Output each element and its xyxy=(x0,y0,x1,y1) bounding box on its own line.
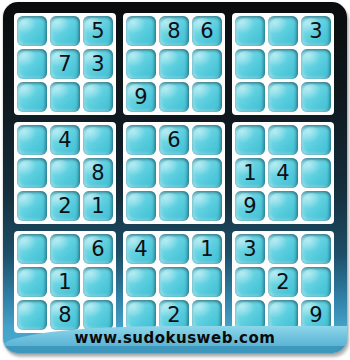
cell-r2c1[interactable] xyxy=(17,49,47,79)
block-8: 412 xyxy=(123,231,225,333)
cell-r7c7[interactable]: 3 xyxy=(235,234,265,264)
block-3: 3 xyxy=(232,13,334,115)
cell-r3c5[interactable] xyxy=(159,82,189,112)
cell-r7c1[interactable] xyxy=(17,234,47,264)
cell-r1c9[interactable]: 3 xyxy=(301,16,331,46)
cell-r8c7[interactable] xyxy=(235,267,265,297)
cell-r6c8[interactable] xyxy=(268,191,298,221)
cell-r3c7[interactable] xyxy=(235,82,265,112)
cell-r7c5[interactable] xyxy=(159,234,189,264)
cell-r6c6[interactable] xyxy=(192,191,222,221)
given-digit: 1 xyxy=(200,239,213,260)
cell-r2c2[interactable]: 7 xyxy=(50,49,80,79)
sudoku-widget: 573869348216149618412329 www.sudokusweb.… xyxy=(0,0,350,360)
cell-r4c5[interactable]: 6 xyxy=(159,125,189,155)
given-digit: 9 xyxy=(243,196,256,217)
given-digit: 2 xyxy=(276,272,289,293)
cell-r2c7[interactable] xyxy=(235,49,265,79)
block-9: 329 xyxy=(232,231,334,333)
given-digit: 3 xyxy=(309,21,322,42)
given-digit: 8 xyxy=(58,305,71,326)
cell-r6c4[interactable] xyxy=(126,191,156,221)
cell-r1c1[interactable] xyxy=(17,16,47,46)
given-digit: 8 xyxy=(167,21,180,42)
given-digit: 2 xyxy=(167,305,180,326)
cell-r8c6[interactable] xyxy=(192,267,222,297)
block-1: 573 xyxy=(14,13,116,115)
cell-r4c1[interactable] xyxy=(17,125,47,155)
cell-r3c8[interactable] xyxy=(268,82,298,112)
cell-r1c6[interactable]: 6 xyxy=(192,16,222,46)
given-digit: 2 xyxy=(58,196,71,217)
cell-r4c6[interactable] xyxy=(192,125,222,155)
given-digit: 1 xyxy=(58,272,71,293)
cell-r3c4[interactable]: 9 xyxy=(126,82,156,112)
given-digit: 9 xyxy=(309,305,322,326)
cell-r3c2[interactable] xyxy=(50,82,80,112)
cell-r7c6[interactable]: 1 xyxy=(192,234,222,264)
cell-r6c1[interactable] xyxy=(17,191,47,221)
cell-r5c8[interactable]: 4 xyxy=(268,158,298,188)
cell-r6c3[interactable]: 1 xyxy=(83,191,113,221)
cell-r2c3[interactable]: 3 xyxy=(83,49,113,79)
cell-r5c6[interactable] xyxy=(192,158,222,188)
sudoku-board: 573869348216149618412329 xyxy=(14,13,334,333)
block-6: 149 xyxy=(232,122,334,224)
given-digit: 1 xyxy=(243,163,256,184)
cell-r4c7[interactable] xyxy=(235,125,265,155)
cell-r5c4[interactable] xyxy=(126,158,156,188)
cell-r7c2[interactable] xyxy=(50,234,80,264)
cell-r4c2[interactable]: 4 xyxy=(50,125,80,155)
cell-r8c1[interactable] xyxy=(17,267,47,297)
given-digit: 3 xyxy=(243,239,256,260)
cell-r1c7[interactable] xyxy=(235,16,265,46)
cell-r8c8[interactable]: 2 xyxy=(268,267,298,297)
given-digit: 4 xyxy=(58,130,71,151)
cell-r4c8[interactable] xyxy=(268,125,298,155)
cell-r2c5[interactable] xyxy=(159,49,189,79)
cell-r3c9[interactable] xyxy=(301,82,331,112)
cell-r7c4[interactable]: 4 xyxy=(126,234,156,264)
cell-r1c4[interactable] xyxy=(126,16,156,46)
given-digit: 6 xyxy=(91,239,104,260)
given-digit: 6 xyxy=(200,21,213,42)
cell-r8c5[interactable] xyxy=(159,267,189,297)
cell-r6c5[interactable] xyxy=(159,191,189,221)
cell-r5c7[interactable]: 1 xyxy=(235,158,265,188)
cell-r8c9[interactable] xyxy=(301,267,331,297)
cell-r3c1[interactable] xyxy=(17,82,47,112)
cell-r2c9[interactable] xyxy=(301,49,331,79)
cell-r2c8[interactable] xyxy=(268,49,298,79)
footer-strip xyxy=(3,346,347,353)
given-digit: 9 xyxy=(134,87,147,108)
given-digit: 7 xyxy=(58,54,71,75)
block-7: 618 xyxy=(14,231,116,333)
cell-r5c1[interactable] xyxy=(17,158,47,188)
cell-r6c2[interactable]: 2 xyxy=(50,191,80,221)
given-digit: 4 xyxy=(276,163,289,184)
cell-r7c9[interactable] xyxy=(301,234,331,264)
cell-r1c8[interactable] xyxy=(268,16,298,46)
cell-r8c2[interactable]: 1 xyxy=(50,267,80,297)
cell-r4c9[interactable] xyxy=(301,125,331,155)
cell-r6c7[interactable]: 9 xyxy=(235,191,265,221)
given-digit: 5 xyxy=(91,21,104,42)
cell-r2c4[interactable] xyxy=(126,49,156,79)
cell-r7c3[interactable]: 6 xyxy=(83,234,113,264)
cell-r7c8[interactable] xyxy=(268,234,298,264)
cell-r1c3[interactable]: 5 xyxy=(83,16,113,46)
block-2: 869 xyxy=(123,13,225,115)
block-4: 4821 xyxy=(14,122,116,224)
cell-r1c5[interactable]: 8 xyxy=(159,16,189,46)
cell-r1c2[interactable] xyxy=(50,16,80,46)
cell-r8c4[interactable] xyxy=(126,267,156,297)
given-digit: 1 xyxy=(91,196,104,217)
cell-r4c4[interactable] xyxy=(126,125,156,155)
cell-r4c3[interactable] xyxy=(83,125,113,155)
given-digit: 4 xyxy=(134,239,147,260)
cell-r5c5[interactable] xyxy=(159,158,189,188)
footer: www.sudokusweb.com xyxy=(3,325,347,353)
cell-r6c9[interactable] xyxy=(301,191,331,221)
cell-r2c6[interactable] xyxy=(192,49,222,79)
block-5: 6 xyxy=(123,122,225,224)
sudoku-plaque: 573869348216149618412329 www.sudokusweb.… xyxy=(3,2,347,353)
site-url-link[interactable]: www.sudokusweb.com xyxy=(3,329,347,347)
cell-r5c3[interactable]: 8 xyxy=(83,158,113,188)
given-digit: 6 xyxy=(167,130,180,151)
cell-r5c2[interactable] xyxy=(50,158,80,188)
given-digit: 3 xyxy=(91,54,104,75)
cell-r3c3[interactable] xyxy=(83,82,113,112)
cell-r3c6[interactable] xyxy=(192,82,222,112)
cell-r8c3[interactable] xyxy=(83,267,113,297)
given-digit: 8 xyxy=(91,163,104,184)
cell-r5c9[interactable] xyxy=(301,158,331,188)
